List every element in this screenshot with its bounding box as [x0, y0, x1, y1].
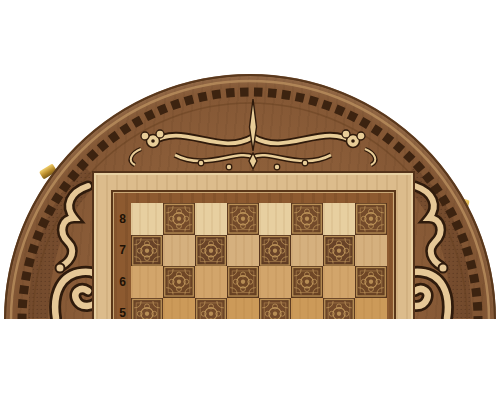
square-b6[interactable]	[163, 266, 195, 298]
square-g8[interactable]	[323, 203, 355, 235]
rosette-engraving-icon	[355, 266, 387, 298]
square-f8[interactable]	[291, 203, 323, 235]
square-h7[interactable]	[355, 235, 387, 267]
square-e8[interactable]	[259, 203, 291, 235]
rosette-engraving-icon	[355, 203, 387, 235]
rosette-engraving-icon	[259, 235, 291, 267]
square-b7[interactable]	[163, 235, 195, 267]
square-a6[interactable]	[131, 266, 163, 298]
square-d8[interactable]	[227, 203, 259, 235]
board-area: 8765	[114, 193, 393, 319]
square-c8[interactable]	[195, 203, 227, 235]
square-b8[interactable]	[163, 203, 195, 235]
square-d5[interactable]	[227, 298, 259, 320]
square-c6[interactable]	[195, 266, 227, 298]
rank-label-7: 7	[114, 235, 131, 267]
square-h6[interactable]	[355, 266, 387, 298]
square-f6[interactable]	[291, 266, 323, 298]
rosette-engraving-icon	[323, 298, 355, 320]
square-g5[interactable]	[323, 298, 355, 320]
board-photo-crop: 8765	[0, 0, 500, 319]
square-d6[interactable]	[227, 266, 259, 298]
rosette-engraving-icon	[291, 203, 323, 235]
rosette-engraving-icon	[323, 235, 355, 267]
frame-light-line: 8765	[94, 173, 413, 319]
square-c5[interactable]	[195, 298, 227, 320]
rosette-engraving-icon	[259, 298, 291, 320]
rosette-engraving-icon	[195, 235, 227, 267]
scene: 8765	[0, 0, 500, 400]
square-g7[interactable]	[323, 235, 355, 267]
rosette-engraving-icon	[227, 203, 259, 235]
square-d7[interactable]	[227, 235, 259, 267]
square-e5[interactable]	[259, 298, 291, 320]
square-a5[interactable]	[131, 298, 163, 320]
rosette-engraving-icon	[131, 235, 163, 267]
rank-label-5: 5	[114, 298, 131, 320]
frame-inner-dark-line: 8765	[111, 190, 396, 319]
frame-inner-light-line: 8765	[113, 192, 394, 319]
square-a7[interactable]	[131, 235, 163, 267]
rosette-engraving-icon	[131, 298, 163, 320]
rosette-engraving-icon	[163, 266, 195, 298]
rosette-engraving-icon	[291, 266, 323, 298]
rank-labels: 8765	[114, 203, 131, 319]
square-g6[interactable]	[323, 266, 355, 298]
square-h8[interactable]	[355, 203, 387, 235]
square-b5[interactable]	[163, 298, 195, 320]
square-f7[interactable]	[291, 235, 323, 267]
rosette-engraving-icon	[195, 298, 227, 320]
chessboard-grid[interactable]	[131, 203, 387, 319]
square-f5[interactable]	[291, 298, 323, 320]
square-a8[interactable]	[131, 203, 163, 235]
rosette-engraving-icon	[163, 203, 195, 235]
rosette-engraving-icon	[227, 266, 259, 298]
rank-label-8: 8	[114, 203, 131, 235]
chessboard-frame: 8765	[92, 171, 415, 319]
square-e6[interactable]	[259, 266, 291, 298]
square-c7[interactable]	[195, 235, 227, 267]
square-e7[interactable]	[259, 235, 291, 267]
rank-label-6: 6	[114, 266, 131, 298]
square-h5[interactable]	[355, 298, 387, 320]
frame-tan-band: 8765	[96, 175, 411, 319]
